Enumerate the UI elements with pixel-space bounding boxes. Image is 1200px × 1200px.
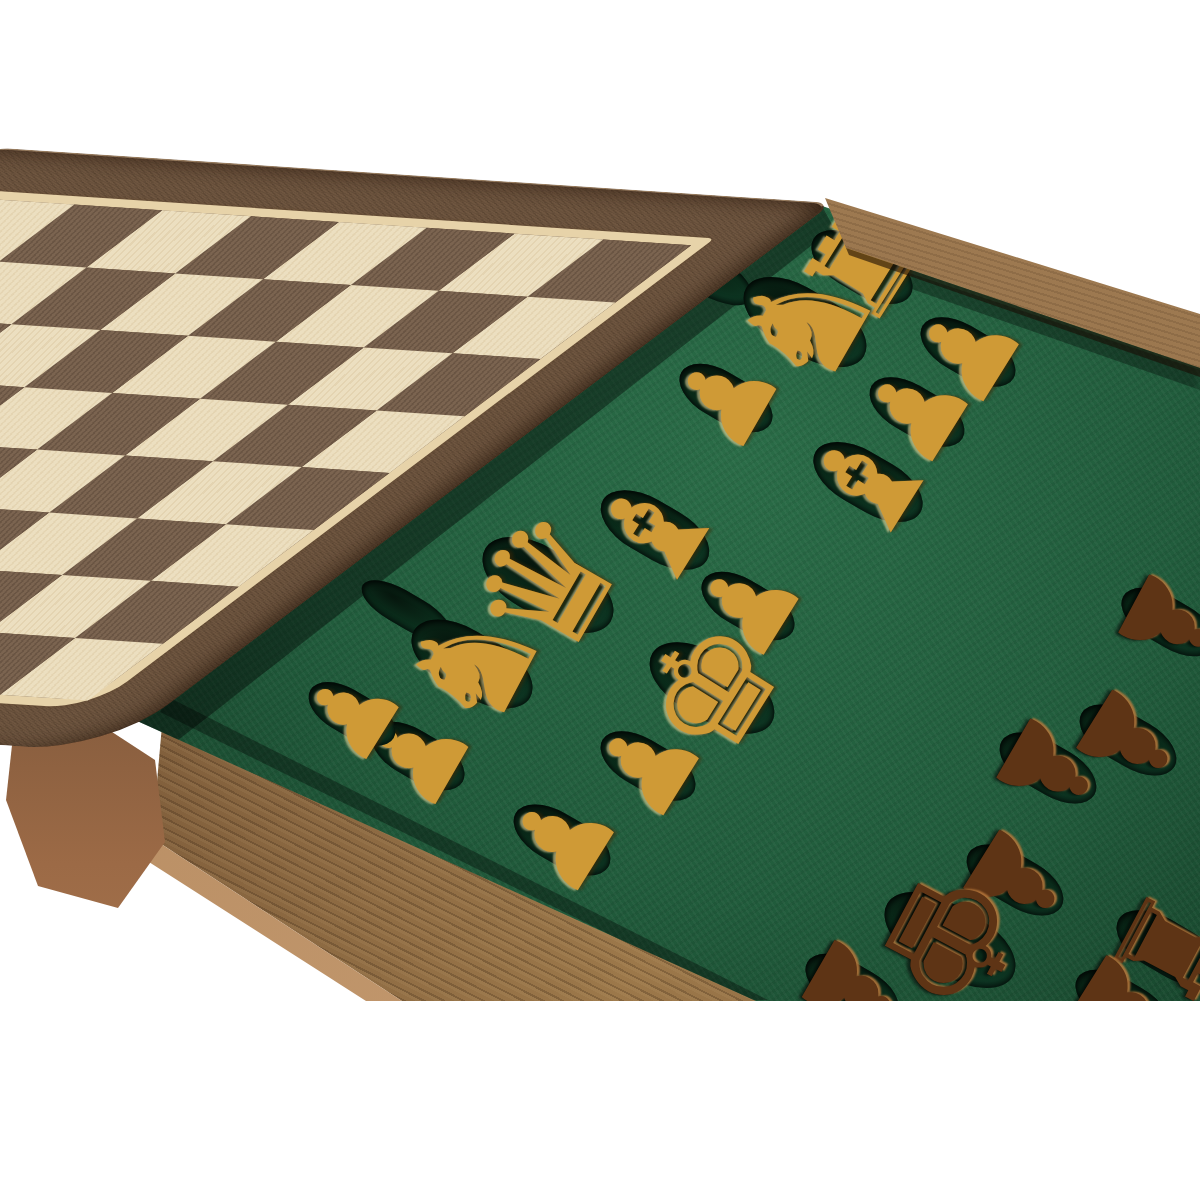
product-photo-chess-set: ♜♞♟♟♟♝♝♛♟♞♚♟♟♟♟♟♟♟♟♚♟♜♟ [0, 0, 1200, 1200]
